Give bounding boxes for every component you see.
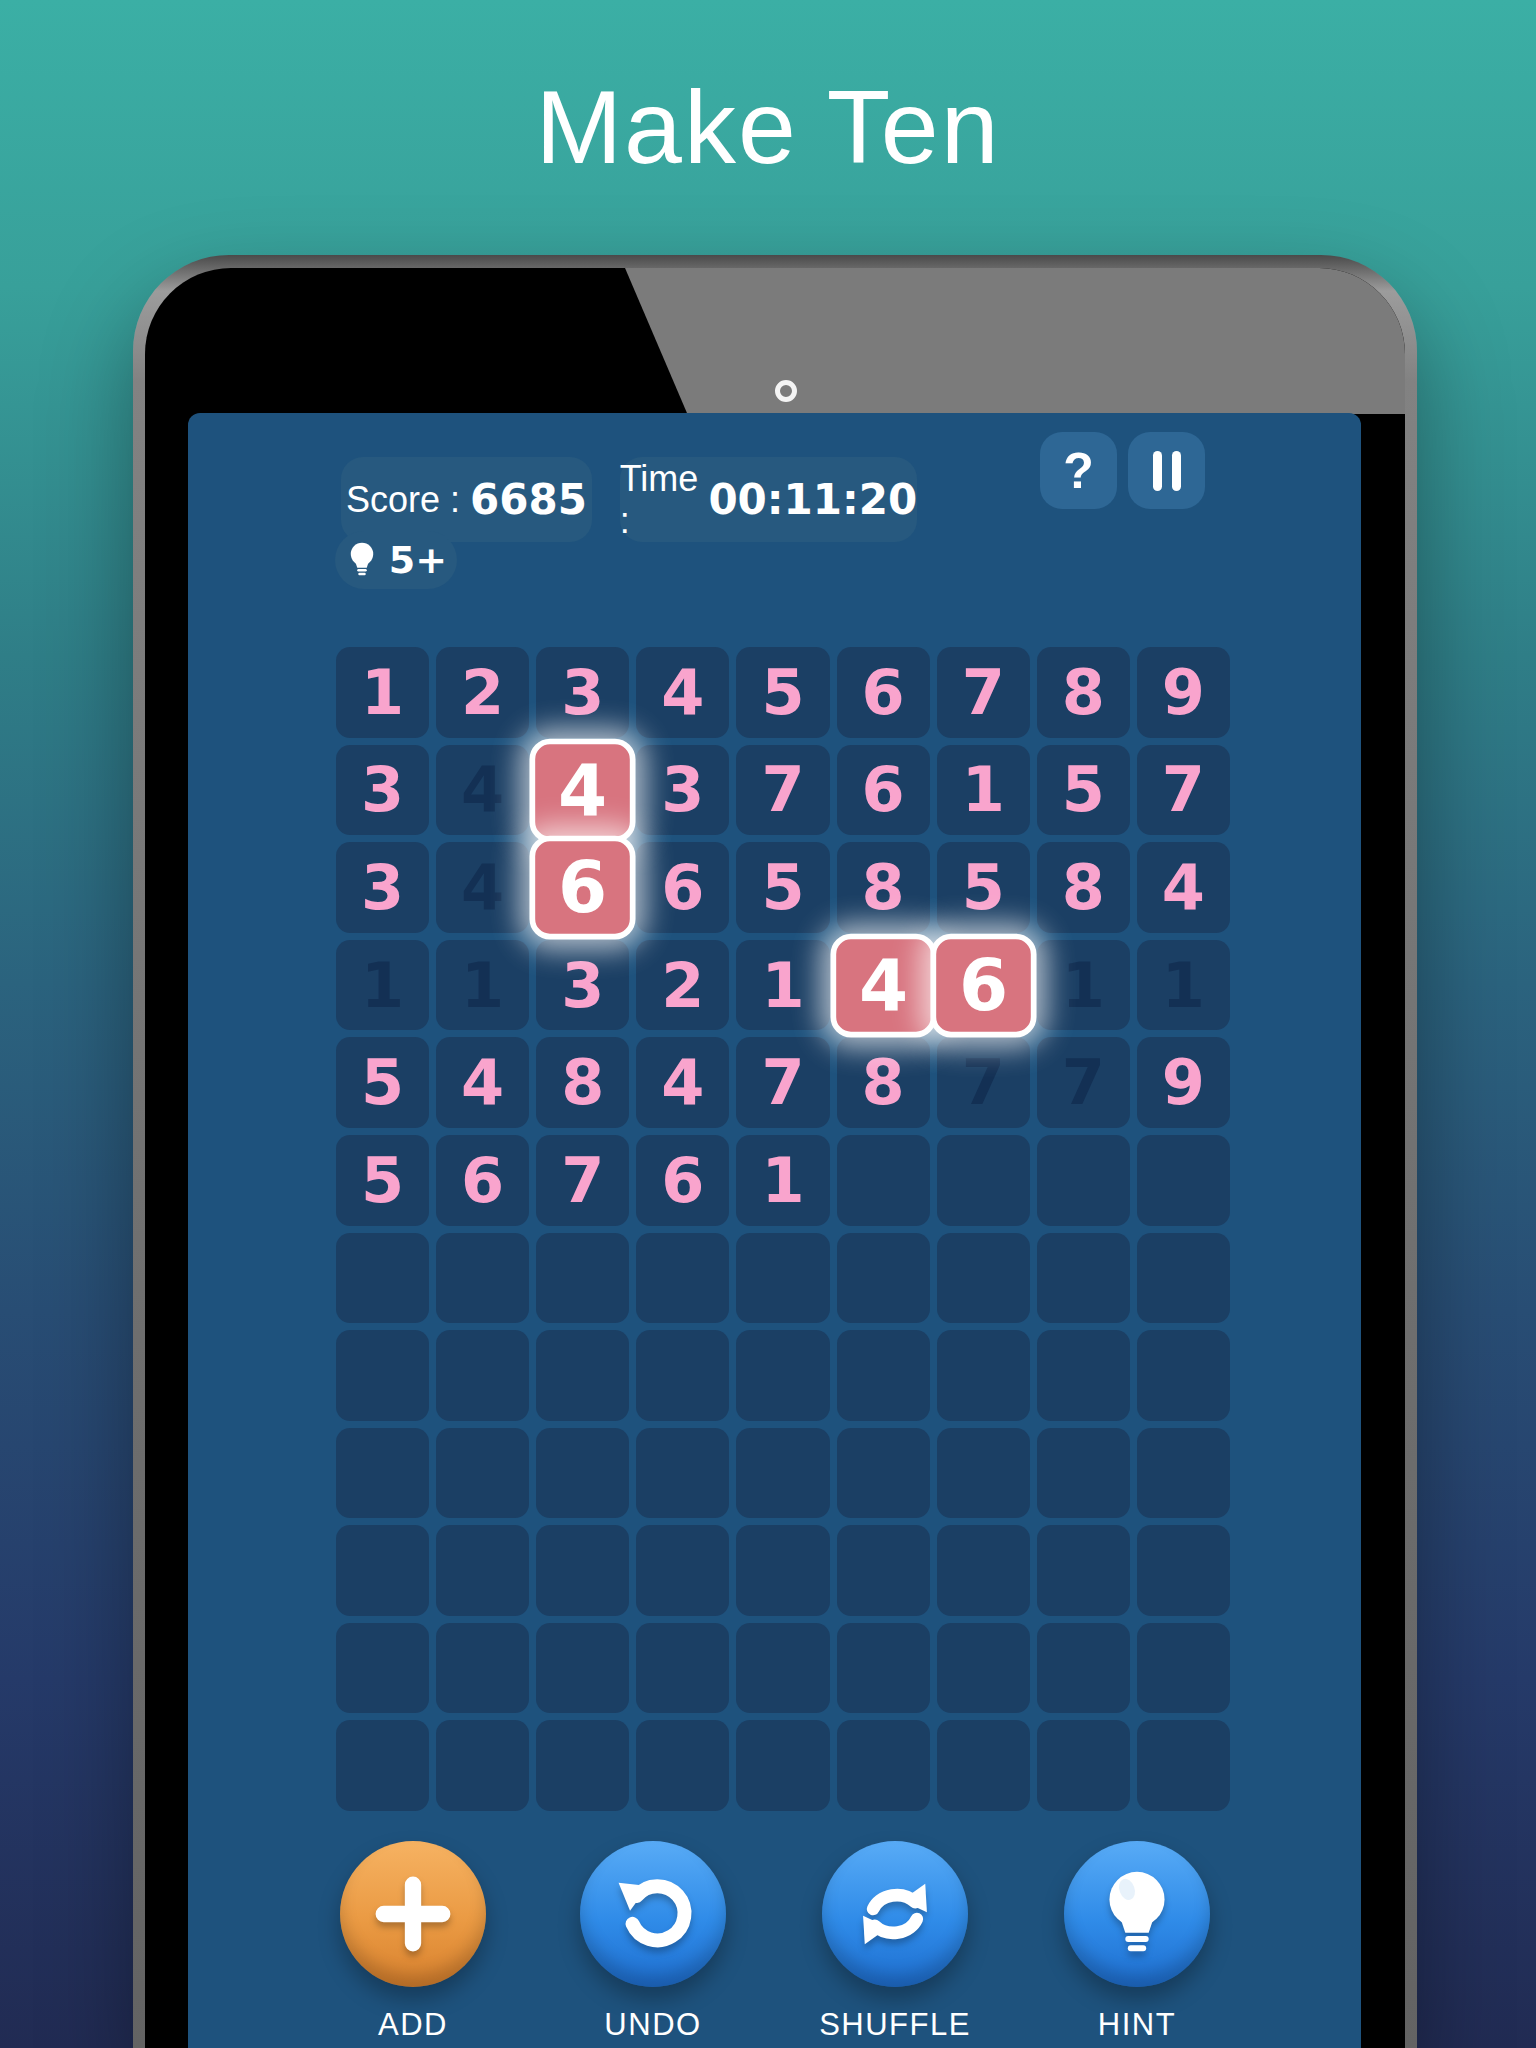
- grid-cell-r9c3: [536, 1428, 629, 1519]
- grid-cell-r1c5[interactable]: 5: [736, 647, 829, 738]
- grid-cell-r4c4[interactable]: 2: [636, 940, 729, 1031]
- grid-cell-r4c1[interactable]: 1: [336, 940, 429, 1031]
- grid-cell-r7c3: [536, 1233, 629, 1324]
- grid-cell-r7c7: [937, 1233, 1030, 1324]
- grid-cell-r1c9[interactable]: 9: [1137, 647, 1230, 738]
- grid-cell-r9c7: [937, 1428, 1030, 1519]
- grid-cell-r8c9: [1137, 1330, 1230, 1421]
- grid-cell-r12c6: [837, 1720, 930, 1811]
- grid-cell-r10c8: [1037, 1525, 1130, 1616]
- grid-cell-r3c5[interactable]: 5: [736, 842, 829, 933]
- grid-cell-r9c5: [736, 1428, 829, 1519]
- grid-cell-r8c5: [736, 1330, 829, 1421]
- grid-cell-r12c3: [536, 1720, 629, 1811]
- plus-icon: [370, 1871, 456, 1957]
- lightbulb-icon: [345, 540, 379, 580]
- score-label: Score :: [346, 479, 460, 521]
- tablet-device: Score : 6685 Time : 00:11:20 ?: [133, 255, 1417, 2048]
- grid-cell-r12c8: [1037, 1720, 1130, 1811]
- grid-cell-r1c4[interactable]: 4: [636, 647, 729, 738]
- grid-cell-r6c6: [837, 1135, 930, 1226]
- undo-button-label: UNDO: [533, 2007, 773, 2043]
- grid-cell-r4c2[interactable]: 1: [436, 940, 529, 1031]
- grid-cell-r7c9: [1137, 1233, 1230, 1324]
- grid-cell-r5c9[interactable]: 9: [1137, 1037, 1230, 1128]
- game-screen: Score : 6685 Time : 00:11:20 ?: [188, 413, 1361, 2048]
- grid-cell-r10c7: [937, 1525, 1030, 1616]
- hint-button[interactable]: [1064, 1841, 1210, 1987]
- grid-cell-r5c5[interactable]: 7: [736, 1037, 829, 1128]
- grid-cell-r8c2: [436, 1330, 529, 1421]
- add-button-label: ADD: [293, 2007, 533, 2043]
- grid-cell-r3c3[interactable]: 6: [530, 836, 636, 939]
- grid-cell-r4c6[interactable]: 4: [830, 933, 936, 1036]
- time-label: Time :: [620, 458, 699, 542]
- add-button[interactable]: [340, 1841, 486, 1987]
- page-title: Make Ten: [0, 68, 1536, 187]
- pause-button[interactable]: [1128, 432, 1205, 509]
- grid-cell-r8c1: [336, 1330, 429, 1421]
- grid-cell-r1c3[interactable]: 3: [536, 647, 629, 738]
- number-grid: 1234567893443761573466585841132146115484…: [336, 647, 1230, 1811]
- shuffle-button[interactable]: [822, 1841, 968, 1987]
- pause-icon: [1172, 451, 1181, 491]
- grid-cell-r8c6: [837, 1330, 930, 1421]
- grid-cell-r7c5: [736, 1233, 829, 1324]
- shuffle-button-label: SHUFFLE: [775, 2007, 1015, 2043]
- grid-cell-r2c7[interactable]: 1: [937, 745, 1030, 836]
- grid-cell-r11c7: [937, 1623, 1030, 1714]
- grid-cell-r1c8[interactable]: 8: [1037, 647, 1130, 738]
- grid-cell-r11c5: [736, 1623, 829, 1714]
- grid-cell-r12c5: [736, 1720, 829, 1811]
- grid-cell-r6c8: [1037, 1135, 1130, 1226]
- page-background: Make Ten Score : 6685 Time : 00:11:20 ?: [0, 0, 1536, 2048]
- grid-cell-r5c2[interactable]: 4: [436, 1037, 529, 1128]
- grid-cell-r11c4: [636, 1623, 729, 1714]
- grid-cell-r12c1: [336, 1720, 429, 1811]
- grid-cell-r6c9: [1137, 1135, 1230, 1226]
- grid-cell-r8c4: [636, 1330, 729, 1421]
- grid-cell-r3c8[interactable]: 8: [1037, 842, 1130, 933]
- grid-cell-r9c1: [336, 1428, 429, 1519]
- camera-icon: [775, 380, 797, 402]
- grid-cell-r2c4[interactable]: 3: [636, 745, 729, 836]
- grid-cell-r6c1[interactable]: 5: [336, 1135, 429, 1226]
- grid-cell-r5c1[interactable]: 5: [336, 1037, 429, 1128]
- undo-arrow-icon: [612, 1873, 694, 1955]
- grid-cell-r2c8[interactable]: 5: [1037, 745, 1130, 836]
- undo-button[interactable]: [580, 1841, 726, 1987]
- grid-cell-r7c1: [336, 1233, 429, 1324]
- grid-cell-r10c5: [736, 1525, 829, 1616]
- grid-cell-r9c2: [436, 1428, 529, 1519]
- grid-cell-r10c2: [436, 1525, 529, 1616]
- grid-cell-r3c7[interactable]: 5: [937, 842, 1030, 933]
- grid-cell-r7c2: [436, 1233, 529, 1324]
- grid-cell-r6c7: [937, 1135, 1030, 1226]
- score-pill: Score : 6685: [341, 457, 592, 542]
- grid-cell-r5c8[interactable]: 7: [1037, 1037, 1130, 1128]
- grid-cell-r7c6: [837, 1233, 930, 1324]
- grid-cell-r3c9[interactable]: 4: [1137, 842, 1230, 933]
- grid-cell-r12c2: [436, 1720, 529, 1811]
- grid-cell-r11c1: [336, 1623, 429, 1714]
- grid-cell-r5c7[interactable]: 7: [937, 1037, 1030, 1128]
- grid-cell-r3c4[interactable]: 6: [636, 842, 729, 933]
- grid-cell-r11c3: [536, 1623, 629, 1714]
- grid-cell-r10c3: [536, 1525, 629, 1616]
- grid-cell-r7c8: [1037, 1233, 1130, 1324]
- grid-cell-r11c6: [837, 1623, 930, 1714]
- grid-cell-r1c1[interactable]: 1: [336, 647, 429, 738]
- grid-cell-r6c2[interactable]: 6: [436, 1135, 529, 1226]
- time-value: 00:11:20: [708, 475, 917, 524]
- grid-cell-r8c3: [536, 1330, 629, 1421]
- grid-cell-r9c9: [1137, 1428, 1230, 1519]
- grid-cell-r1c6[interactable]: 6: [837, 647, 930, 738]
- grid-cell-r2c2[interactable]: 4: [436, 745, 529, 836]
- time-pill: Time : 00:11:20: [620, 457, 917, 542]
- grid-cell-r4c9[interactable]: 1: [1137, 940, 1230, 1031]
- grid-cell-r2c5[interactable]: 7: [736, 745, 829, 836]
- grid-cell-r11c9: [1137, 1623, 1230, 1714]
- grid-cell-r1c7[interactable]: 7: [937, 647, 1030, 738]
- grid-cell-r6c4[interactable]: 6: [636, 1135, 729, 1226]
- hint-button-label: HINT: [1017, 2007, 1257, 2043]
- grid-cell-r2c9[interactable]: 7: [1137, 745, 1230, 836]
- pause-icon: [1153, 451, 1162, 491]
- grid-cell-r5c6[interactable]: 8: [837, 1037, 930, 1128]
- grid-cell-r8c7: [937, 1330, 1030, 1421]
- help-button[interactable]: ?: [1040, 432, 1117, 509]
- grid-cell-r10c9: [1137, 1525, 1230, 1616]
- tablet-bezel: Score : 6685 Time : 00:11:20 ?: [145, 268, 1405, 2048]
- grid-cell-r5c3[interactable]: 8: [536, 1037, 629, 1128]
- grid-cell-r9c6: [837, 1428, 930, 1519]
- score-value: 6685: [470, 475, 587, 524]
- grid-cell-r4c8[interactable]: 1: [1037, 940, 1130, 1031]
- grid-cell-r9c4: [636, 1428, 729, 1519]
- grid-cell-r8c8: [1037, 1330, 1130, 1421]
- grid-cell-r9c8: [1037, 1428, 1130, 1519]
- grid-cell-r12c9: [1137, 1720, 1230, 1811]
- grid-cell-r12c4: [636, 1720, 729, 1811]
- grid-cell-r5c4[interactable]: 4: [636, 1037, 729, 1128]
- grid-cell-r10c4: [636, 1525, 729, 1616]
- grid-cell-r11c8: [1037, 1623, 1130, 1714]
- grid-cell-r6c5[interactable]: 1: [736, 1135, 829, 1226]
- bezel-reflection: [625, 268, 1405, 414]
- grid-cell-r1c2[interactable]: 2: [436, 647, 529, 738]
- grid-cell-r4c3[interactable]: 3: [536, 940, 629, 1031]
- grid-cell-r4c7[interactable]: 6: [930, 933, 1036, 1036]
- grid-cell-r12c7: [937, 1720, 1030, 1811]
- grid-cell-r2c6[interactable]: 6: [837, 745, 930, 836]
- grid-cell-r4c5[interactable]: 1: [736, 940, 829, 1031]
- grid-cell-r3c6[interactable]: 8: [837, 842, 930, 933]
- grid-cell-r6c3[interactable]: 7: [536, 1135, 629, 1226]
- grid-cell-r10c1: [336, 1525, 429, 1616]
- shuffle-refresh-icon: [853, 1872, 937, 1956]
- grid-cell-r2c1[interactable]: 3: [336, 745, 429, 836]
- lightbulb-icon: [1095, 1866, 1179, 1962]
- hint-counter-value: 5+: [389, 538, 447, 582]
- grid-cell-r3c2[interactable]: 4: [436, 842, 529, 933]
- grid-cell-r2c3[interactable]: 4: [530, 738, 636, 841]
- question-mark-icon: ?: [1063, 442, 1094, 500]
- grid-cell-r7c4: [636, 1233, 729, 1324]
- hint-counter-pill: 5+: [335, 531, 457, 589]
- grid-cell-r10c6: [837, 1525, 930, 1616]
- grid-cell-r3c1[interactable]: 3: [336, 842, 429, 933]
- grid-cell-r11c2: [436, 1623, 529, 1714]
